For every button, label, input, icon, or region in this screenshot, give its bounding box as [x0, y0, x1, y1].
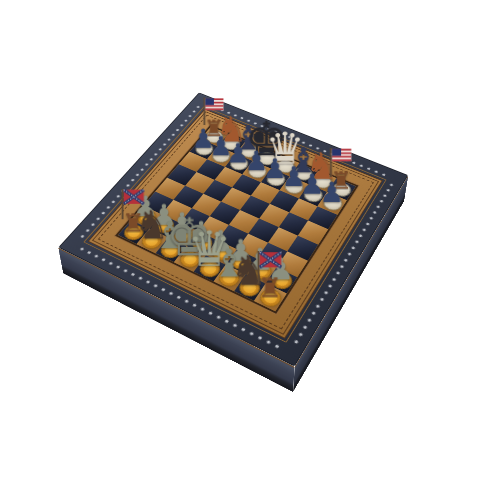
chess-case: ♜♞♝♚♛♝♞♜♟♟♟♟♟♟♟♟♟♟♟♟♟♟♟♟♜♞♝♚♛♝♞♜	[58, 92, 408, 366]
chess-set-scene: ♜♞♝♚♛♝♞♜♟♟♟♟♟♟♟♟♟♟♟♟♟♟♟♟♜♞♝♚♛♝♞♜	[0, 0, 480, 480]
product-photo: ♜♞♝♚♛♝♞♜♟♟♟♟♟♟♟♟♟♟♟♟♟♟♟♟♜♞♝♚♛♝♞♜	[0, 0, 480, 480]
board-top: ♜♞♝♚♛♝♞♜♟♟♟♟♟♟♟♟♟♟♟♟♟♟♟♟♜♞♝♚♛♝♞♜	[58, 92, 408, 366]
confederate-rook-glyph: ♜	[258, 276, 282, 300]
